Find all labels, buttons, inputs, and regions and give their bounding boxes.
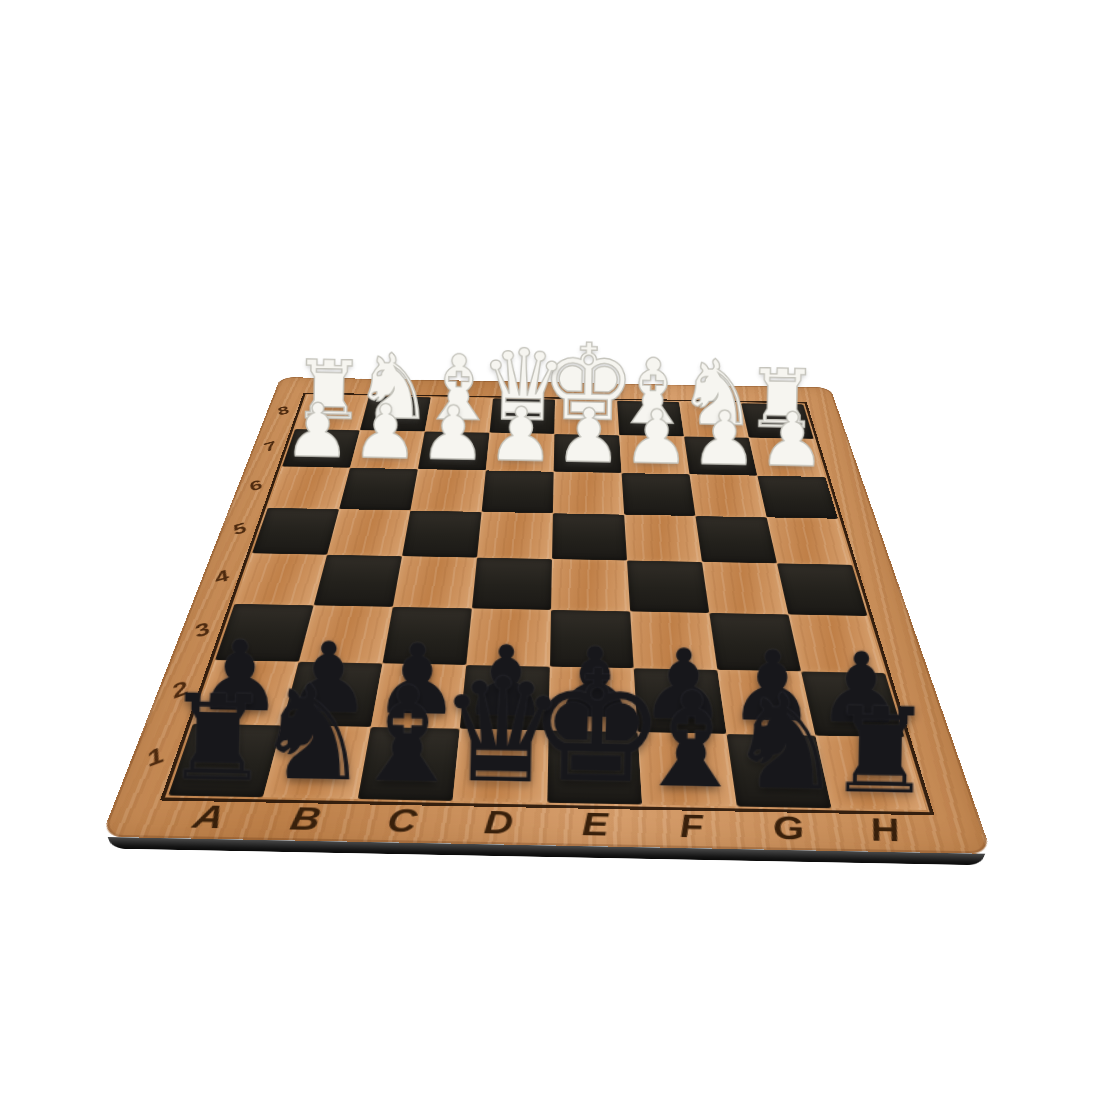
playing-field: ♜♞♝♛♚♝♞♜♟♟♟♟♟♟♟♟♟♟♟♟♟♟♟♟♜♞♝♛♚♝♞♜ xyxy=(168,395,926,810)
piece-black-rook-h1[interactable]: ♜ xyxy=(825,693,933,808)
square-d1[interactable]: ♛ xyxy=(453,729,549,803)
file-label-a: A xyxy=(154,798,263,840)
board-scene: ♜♞♝♛♚♝♞♜♟♟♟♟♟♟♟♟♟♟♟♟♟♟♟♟♜♞♝♛♚♝♞♜ 8765432… xyxy=(206,213,899,906)
square-b7[interactable]: ♟ xyxy=(350,430,425,469)
square-f6[interactable] xyxy=(622,473,696,516)
square-c7[interactable]: ♟ xyxy=(418,432,490,471)
square-d6[interactable] xyxy=(482,470,554,513)
piece-white-pawn-b7[interactable]: ♟ xyxy=(351,396,419,468)
square-b6[interactable] xyxy=(339,468,418,511)
square-a7[interactable]: ♟ xyxy=(282,429,360,468)
square-d7[interactable]: ♟ xyxy=(486,433,555,472)
square-g6[interactable] xyxy=(689,474,766,517)
square-b5[interactable] xyxy=(327,509,410,556)
square-g5[interactable] xyxy=(695,516,777,563)
square-h4[interactable] xyxy=(777,563,868,616)
square-c5[interactable] xyxy=(402,510,482,557)
square-g7[interactable]: ♟ xyxy=(684,437,757,476)
square-a1[interactable]: ♜ xyxy=(168,724,282,798)
piece-white-pawn-f7[interactable]: ♟ xyxy=(622,402,690,474)
photo-canvas: ♜♞♝♛♚♝♞♜♟♟♟♟♟♟♟♟♟♟♟♟♟♟♟♟♜♞♝♛♚♝♞♜ 8765432… xyxy=(0,0,1100,1100)
square-c6[interactable] xyxy=(410,469,485,512)
square-d4[interactable] xyxy=(472,558,552,610)
file-label-g: G xyxy=(737,808,841,851)
chess-board: ♜♞♝♛♚♝♞♜♟♟♟♟♟♟♟♟♟♟♟♟♟♟♟♟♜♞♝♛♚♝♞♜ 8765432… xyxy=(101,377,992,854)
square-a4[interactable] xyxy=(235,553,327,605)
square-h7[interactable]: ♟ xyxy=(749,438,825,477)
piece-white-pawn-e7[interactable]: ♟ xyxy=(554,400,622,472)
square-e4[interactable] xyxy=(551,559,630,611)
square-g4[interactable] xyxy=(702,562,788,615)
square-h5[interactable] xyxy=(767,517,852,564)
square-f4[interactable] xyxy=(627,560,709,612)
file-label-d: D xyxy=(448,803,547,845)
file-label-f: F xyxy=(642,807,743,849)
piece-black-queen-d1[interactable]: ♛ xyxy=(436,662,568,801)
square-h1[interactable]: ♜ xyxy=(815,736,926,810)
square-e7[interactable]: ♟ xyxy=(554,434,622,473)
file-label-e: E xyxy=(547,805,645,847)
board-thickness-edge xyxy=(108,837,986,865)
square-f7[interactable]: ♟ xyxy=(619,435,689,474)
file-label-b: B xyxy=(252,799,358,841)
piece-white-pawn-c7[interactable]: ♟ xyxy=(419,398,487,470)
piece-white-pawn-g7[interactable]: ♟ xyxy=(690,403,758,475)
piece-white-pawn-d7[interactable]: ♟ xyxy=(487,399,555,471)
piece-white-pawn-h7[interactable]: ♟ xyxy=(758,404,826,476)
square-d5[interactable] xyxy=(477,512,553,559)
square-e5[interactable] xyxy=(552,513,627,560)
piece-black-rook-a1[interactable]: ♜ xyxy=(163,681,271,796)
square-c4[interactable] xyxy=(393,556,477,608)
file-label-h: H xyxy=(832,810,939,853)
square-f5[interactable] xyxy=(624,515,702,562)
square-e6[interactable] xyxy=(553,472,624,515)
square-b4[interactable] xyxy=(314,555,402,607)
square-g1[interactable]: ♞ xyxy=(727,734,832,808)
square-a5[interactable] xyxy=(252,508,339,555)
file-label-c: C xyxy=(350,801,452,843)
square-a6[interactable] xyxy=(268,467,350,510)
square-h6[interactable] xyxy=(757,476,838,519)
